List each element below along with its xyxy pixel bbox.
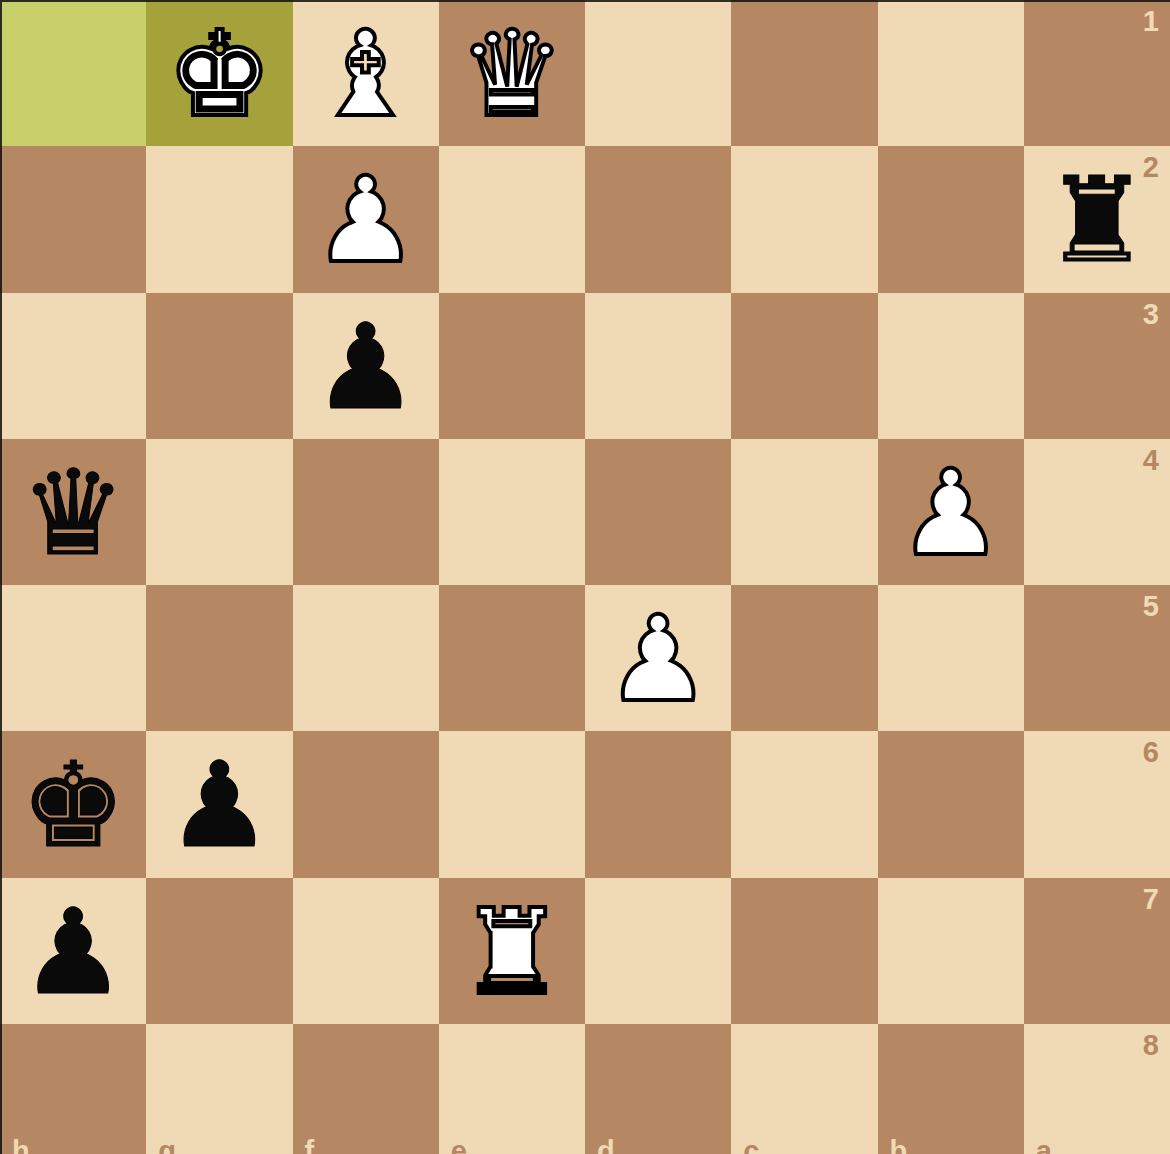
rank-label-5: 5 (1143, 592, 1159, 621)
square-c2[interactable] (731, 146, 877, 292)
square-f6[interactable] (293, 731, 439, 877)
square-a5[interactable]: 5 (1024, 585, 1170, 731)
square-a7[interactable]: 7 (1024, 878, 1170, 1024)
square-e8[interactable]: e (439, 1024, 585, 1154)
rank-label-6: 6 (1143, 738, 1159, 767)
square-f4[interactable] (293, 439, 439, 585)
square-h6[interactable]: ♚ (0, 731, 146, 877)
square-f2[interactable]: ♟ (293, 146, 439, 292)
white-king[interactable]: ♚ (166, 15, 272, 133)
square-c4[interactable] (731, 439, 877, 585)
square-a2[interactable]: ♜2 (1024, 146, 1170, 292)
square-a4[interactable]: 4 (1024, 439, 1170, 585)
square-g3[interactable] (146, 293, 292, 439)
square-c6[interactable] (731, 731, 877, 877)
square-e5[interactable] (439, 585, 585, 731)
square-c3[interactable] (731, 293, 877, 439)
chess-app-screen: ♚♝♛1♟♜2♟3♛♟4♟5♚♟6♟♜7hgfedcb8a (0, 0, 1170, 1154)
square-h4[interactable]: ♛ (0, 439, 146, 585)
square-c1[interactable] (731, 0, 877, 146)
square-c7[interactable] (731, 878, 877, 1024)
square-d5[interactable]: ♟ (585, 585, 731, 731)
file-label-d: d (597, 1137, 615, 1154)
rank-label-1: 1 (1143, 7, 1159, 36)
square-g2[interactable] (146, 146, 292, 292)
black-pawn[interactable]: ♟ (20, 893, 126, 1011)
square-e4[interactable] (439, 439, 585, 585)
square-h8[interactable]: h (0, 1024, 146, 1154)
square-g7[interactable] (146, 878, 292, 1024)
square-b8[interactable]: b (878, 1024, 1024, 1154)
square-d3[interactable] (585, 293, 731, 439)
square-e7[interactable]: ♜ (439, 878, 585, 1024)
square-a3[interactable]: 3 (1024, 293, 1170, 439)
file-label-e: e (451, 1137, 467, 1154)
square-b2[interactable] (878, 146, 1024, 292)
file-label-a: a (1036, 1137, 1052, 1154)
square-f1[interactable]: ♝ (293, 0, 439, 146)
square-e1[interactable]: ♛ (439, 0, 585, 146)
white-rook[interactable]: ♜ (459, 893, 565, 1011)
square-e6[interactable] (439, 731, 585, 877)
square-e3[interactable] (439, 293, 585, 439)
square-b1[interactable] (878, 0, 1024, 146)
square-g1[interactable]: ♚ (146, 0, 292, 146)
file-label-g: g (158, 1137, 176, 1154)
square-d2[interactable] (585, 146, 731, 292)
square-d4[interactable] (585, 439, 731, 585)
black-rook[interactable]: ♜ (1044, 161, 1150, 279)
black-queen[interactable]: ♛ (20, 454, 126, 572)
file-label-c: c (743, 1137, 759, 1154)
square-b3[interactable] (878, 293, 1024, 439)
white-queen[interactable]: ♛ (459, 15, 565, 133)
square-f3[interactable]: ♟ (293, 293, 439, 439)
chess-board: ♚♝♛1♟♜2♟3♛♟4♟5♚♟6♟♜7hgfedcb8a (0, 0, 1170, 1154)
white-bishop[interactable]: ♝ (313, 15, 419, 133)
file-label-b: b (890, 1137, 908, 1154)
rank-label-8: 8 (1143, 1031, 1159, 1060)
square-b4[interactable]: ♟ (878, 439, 1024, 585)
square-g4[interactable] (146, 439, 292, 585)
rank-label-4: 4 (1143, 446, 1159, 475)
square-a8[interactable]: 8a (1024, 1024, 1170, 1154)
square-h5[interactable] (0, 585, 146, 731)
rank-label-3: 3 (1143, 300, 1159, 329)
square-a6[interactable]: 6 (1024, 731, 1170, 877)
rank-label-7: 7 (1143, 885, 1159, 914)
square-h7[interactable]: ♟ (0, 878, 146, 1024)
square-g6[interactable]: ♟ (146, 731, 292, 877)
rank-label-2: 2 (1143, 153, 1159, 182)
white-pawn[interactable]: ♟ (313, 161, 419, 279)
file-label-h: h (12, 1137, 30, 1154)
square-f8[interactable]: f (293, 1024, 439, 1154)
square-b7[interactable] (878, 878, 1024, 1024)
square-f5[interactable] (293, 585, 439, 731)
white-pawn[interactable]: ♟ (605, 600, 711, 718)
square-f7[interactable] (293, 878, 439, 1024)
square-d8[interactable]: d (585, 1024, 731, 1154)
file-label-f: f (305, 1137, 315, 1154)
square-c5[interactable] (731, 585, 877, 731)
black-pawn[interactable]: ♟ (166, 746, 272, 864)
square-a1[interactable]: 1 (1024, 0, 1170, 146)
square-g8[interactable]: g (146, 1024, 292, 1154)
square-d7[interactable] (585, 878, 731, 1024)
black-pawn[interactable]: ♟ (313, 308, 419, 426)
square-d6[interactable] (585, 731, 731, 877)
white-pawn[interactable]: ♟ (898, 454, 1004, 572)
square-b5[interactable] (878, 585, 1024, 731)
black-king[interactable]: ♚ (20, 746, 126, 864)
square-b6[interactable] (878, 731, 1024, 877)
square-g5[interactable] (146, 585, 292, 731)
square-h1[interactable] (0, 0, 146, 146)
square-c8[interactable]: c (731, 1024, 877, 1154)
square-h3[interactable] (0, 293, 146, 439)
square-e2[interactable] (439, 146, 585, 292)
square-d1[interactable] (585, 0, 731, 146)
square-h2[interactable] (0, 146, 146, 292)
